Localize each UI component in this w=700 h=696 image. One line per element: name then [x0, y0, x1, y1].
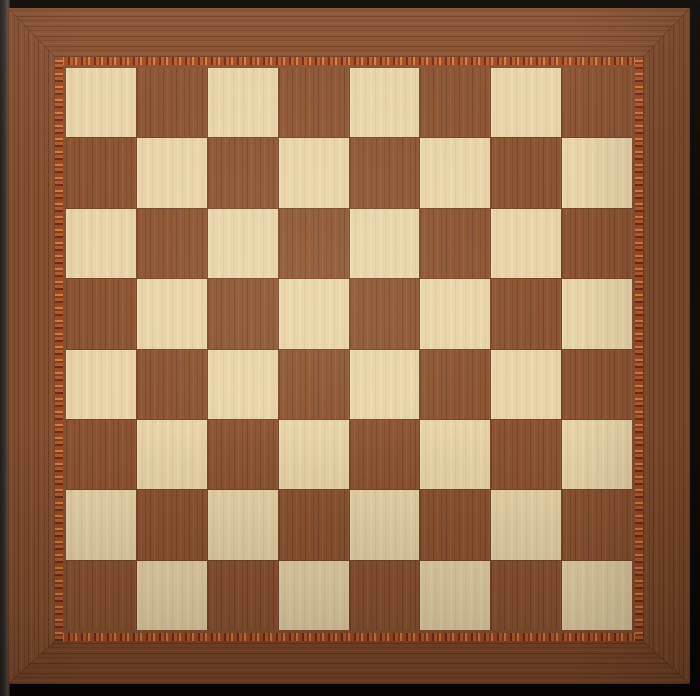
square-a3: [66, 420, 136, 489]
square-f4: [420, 350, 490, 419]
square-e7: [350, 138, 420, 207]
square-d7: [279, 138, 349, 207]
square-b7: [137, 138, 207, 207]
square-h7: [562, 138, 632, 207]
square-e1: [350, 561, 420, 630]
square-g3: [491, 420, 561, 489]
square-b2: [137, 490, 207, 559]
square-f8: [420, 68, 490, 137]
board-frame-right: [643, 8, 690, 684]
square-a7: [66, 138, 136, 207]
board-frame-left: [8, 8, 55, 684]
square-h4: [562, 350, 632, 419]
square-b5: [137, 279, 207, 348]
square-h3: [562, 420, 632, 489]
square-b3: [137, 420, 207, 489]
square-e4: [350, 350, 420, 419]
square-d6: [279, 209, 349, 278]
square-g8: [491, 68, 561, 137]
square-g1: [491, 561, 561, 630]
square-d2: [279, 490, 349, 559]
square-c4: [208, 350, 278, 419]
chessboard: [66, 68, 632, 630]
square-b1: [137, 561, 207, 630]
square-c8: [208, 68, 278, 137]
inlay-border-left: [55, 57, 63, 641]
square-e3: [350, 420, 420, 489]
square-h5: [562, 279, 632, 348]
square-e6: [350, 209, 420, 278]
square-b4: [137, 350, 207, 419]
square-h1: [562, 561, 632, 630]
square-g6: [491, 209, 561, 278]
square-f6: [420, 209, 490, 278]
square-a8: [66, 68, 136, 137]
square-c3: [208, 420, 278, 489]
square-c6: [208, 209, 278, 278]
square-a4: [66, 350, 136, 419]
square-c5: [208, 279, 278, 348]
board-photo: [0, 0, 700, 696]
square-c7: [208, 138, 278, 207]
square-a2: [66, 490, 136, 559]
square-d5: [279, 279, 349, 348]
square-e8: [350, 68, 420, 137]
square-e5: [350, 279, 420, 348]
square-h6: [562, 209, 632, 278]
square-c2: [208, 490, 278, 559]
square-g4: [491, 350, 561, 419]
square-c1: [208, 561, 278, 630]
square-a5: [66, 279, 136, 348]
square-f2: [420, 490, 490, 559]
square-g5: [491, 279, 561, 348]
square-g2: [491, 490, 561, 559]
square-e2: [350, 490, 420, 559]
square-b6: [137, 209, 207, 278]
square-h2: [562, 490, 632, 559]
square-a1: [66, 561, 136, 630]
square-d3: [279, 420, 349, 489]
square-f3: [420, 420, 490, 489]
square-h8: [562, 68, 632, 137]
square-d1: [279, 561, 349, 630]
square-f5: [420, 279, 490, 348]
square-d4: [279, 350, 349, 419]
square-g7: [491, 138, 561, 207]
square-d8: [279, 68, 349, 137]
inlay-border-right: [635, 57, 643, 641]
square-b8: [137, 68, 207, 137]
square-f1: [420, 561, 490, 630]
board-frame-bottom: [8, 641, 690, 684]
square-f7: [420, 138, 490, 207]
board-frame-top: [8, 8, 690, 57]
square-a6: [66, 209, 136, 278]
inlay-border: [55, 57, 643, 641]
